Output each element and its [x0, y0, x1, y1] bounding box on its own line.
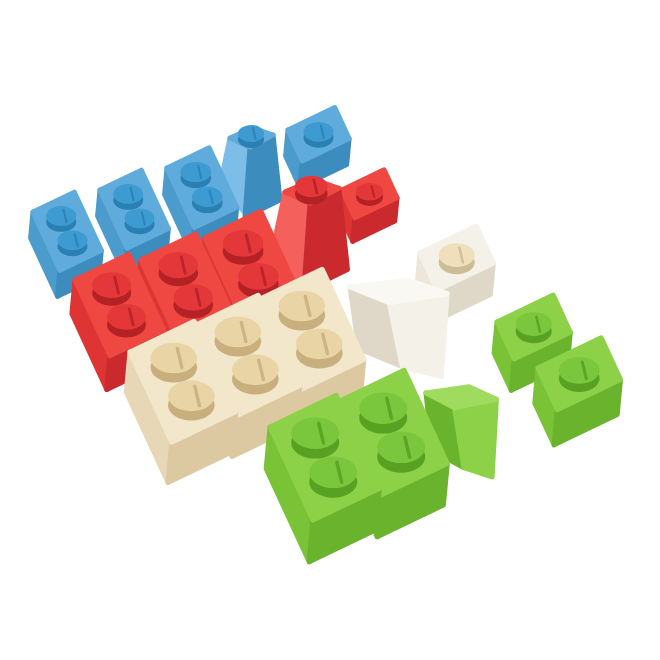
product-photo: Twenty wooden snap-together toy building… — [0, 0, 660, 660]
blue-cube — [286, 108, 350, 187]
red-cube — [340, 170, 397, 241]
blocks-scene — [0, 0, 660, 660]
